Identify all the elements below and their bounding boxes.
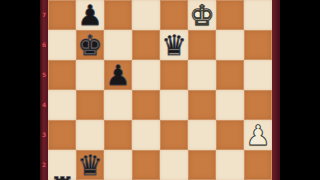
square-b2[interactable]: ♛ [76,150,104,180]
square-e2[interactable] [160,150,188,180]
rank-label-5: 5 [41,71,47,79]
square-h6[interactable] [244,30,272,60]
board-border-right [272,0,280,180]
rank-label-6: 6 [41,41,47,49]
square-h4[interactable] [244,90,272,120]
rank-label-7: 7 [41,11,47,19]
white-pawn-h3[interactable]: ♟ [244,120,272,150]
square-e4[interactable] [160,90,188,120]
square-f4[interactable] [188,90,216,120]
black-pawn-b7[interactable]: ♟ [76,0,104,30]
square-a7[interactable] [48,0,76,30]
square-h5[interactable] [244,60,272,90]
square-b3[interactable] [76,120,104,150]
white-king-f7[interactable]: ♚ [188,0,216,30]
square-f2[interactable] [188,150,216,180]
square-a4[interactable] [48,90,76,120]
square-h7[interactable] [244,0,272,30]
square-g5[interactable] [216,60,244,90]
black-queen-b2[interactable]: ♛ [76,150,104,180]
square-g6[interactable] [216,30,244,60]
square-a3[interactable] [48,120,76,150]
square-b4[interactable] [76,90,104,120]
square-c5[interactable]: ♟ [104,60,132,90]
square-e3[interactable] [160,120,188,150]
black-queen-e6[interactable]: ♛ [160,30,188,60]
black-king-b6[interactable]: ♚ [76,30,104,60]
square-e7[interactable] [160,0,188,30]
square-b5[interactable] [76,60,104,90]
square-d5[interactable] [132,60,160,90]
board-squares: ♜♟♚♚♛♟♟♛♜ [48,0,272,180]
board-border-left: 765432 [40,0,48,180]
square-f6[interactable] [188,30,216,60]
square-g4[interactable] [216,90,244,120]
square-f3[interactable] [188,120,216,150]
square-f5[interactable] [188,60,216,90]
square-e5[interactable] [160,60,188,90]
square-g7[interactable] [216,0,244,30]
square-c4[interactable] [104,90,132,120]
square-a6[interactable] [48,30,76,60]
square-c3[interactable] [104,120,132,150]
square-c2[interactable] [104,150,132,180]
square-h2[interactable] [244,150,272,180]
square-d6[interactable] [132,30,160,60]
black-pawn-c5[interactable]: ♟ [104,60,132,90]
square-h3[interactable]: ♟ [244,120,272,150]
rank-label-4: 4 [41,101,47,109]
square-d7[interactable] [132,0,160,30]
square-g3[interactable] [216,120,244,150]
square-f7[interactable]: ♚ [188,0,216,30]
square-b7[interactable]: ♟ [76,0,104,30]
square-c7[interactable] [104,0,132,30]
rank-label-3: 3 [41,131,47,139]
square-a5[interactable] [48,60,76,90]
square-b6[interactable]: ♚ [76,30,104,60]
video-frame: ♜♟♚♚♛♟♟♛♜ 765432 [0,0,320,180]
chess-board: ♜♟♚♚♛♟♟♛♜ 765432 [40,0,280,180]
square-g2[interactable] [216,150,244,180]
square-d4[interactable] [132,90,160,120]
black-rook-a1[interactable]: ♜ [48,172,76,180]
rank-label-2: 2 [41,161,47,169]
square-c6[interactable] [104,30,132,60]
square-e6[interactable]: ♛ [160,30,188,60]
square-d3[interactable] [132,120,160,150]
square-d2[interactable] [132,150,160,180]
